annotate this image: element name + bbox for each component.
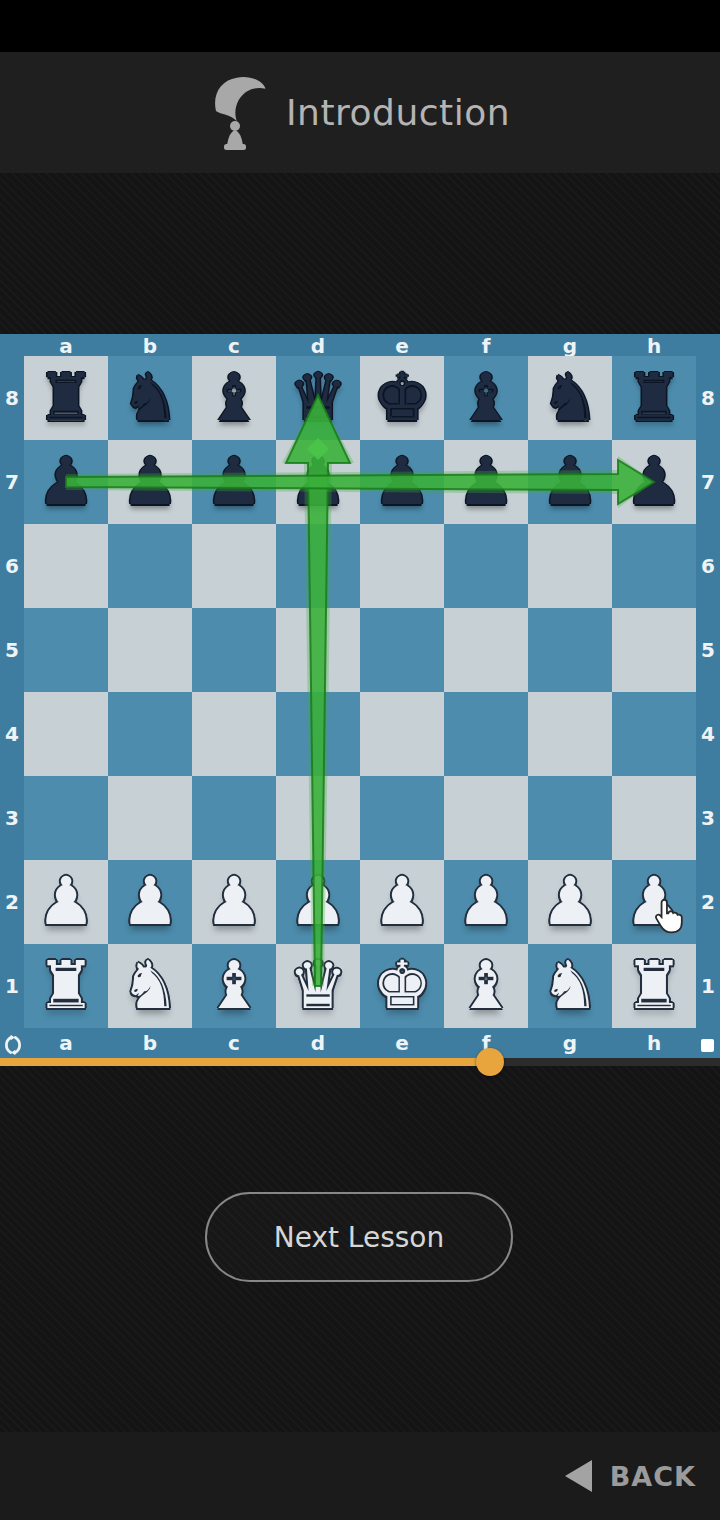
file-label-e: e [360, 334, 444, 358]
square-h1[interactable]: ♜︎ [612, 944, 696, 1028]
black-knight-b8: ♞︎ [108, 356, 192, 440]
square-b7[interactable]: ♟︎ [108, 440, 192, 524]
square-h4[interactable] [612, 692, 696, 776]
square-e2[interactable]: ♟︎ [360, 860, 444, 944]
square-d5[interactable] [276, 608, 360, 692]
white-rook-a1: ♜︎ [24, 944, 108, 1028]
rank-label-2: 2 [696, 890, 720, 914]
stop-button[interactable] [701, 1039, 714, 1052]
square-h8[interactable]: ♜︎ [612, 356, 696, 440]
square-f2[interactable]: ♟︎ [444, 860, 528, 944]
white-bishop-f1: ♝︎ [444, 944, 528, 1028]
square-f5[interactable] [444, 608, 528, 692]
square-c3[interactable] [192, 776, 276, 860]
file-label-b: b [108, 1031, 192, 1055]
square-d8[interactable]: ♛︎ [276, 356, 360, 440]
file-labels-top: abcdefgh [0, 334, 720, 356]
square-d1[interactable]: ♛︎ [276, 944, 360, 1028]
white-queen-d1: ♛︎ [276, 944, 360, 1028]
square-f3[interactable] [444, 776, 528, 860]
status-bar [0, 0, 720, 52]
square-b5[interactable] [108, 608, 192, 692]
square-c2[interactable]: ♟︎ [192, 860, 276, 944]
square-b2[interactable]: ♟︎ [108, 860, 192, 944]
black-knight-g8: ♞︎ [528, 356, 612, 440]
square-g4[interactable] [528, 692, 612, 776]
square-g6[interactable] [528, 524, 612, 608]
rank-label-4: 4 [0, 722, 24, 746]
file-label-h: h [612, 334, 696, 358]
rank-label-5: 5 [0, 638, 24, 662]
header: Introduction [0, 52, 720, 173]
white-pawn-e2: ♟︎ [360, 860, 444, 944]
file-label-a: a [24, 334, 108, 358]
rank-label-8: 8 [0, 386, 24, 410]
square-b8[interactable]: ♞︎ [108, 356, 192, 440]
black-bishop-f8: ♝︎ [444, 356, 528, 440]
file-labels-bottom: abcdefgh [0, 1028, 720, 1058]
next-lesson-button[interactable]: Next Lesson [205, 1192, 513, 1282]
square-h6[interactable] [612, 524, 696, 608]
back-arrow-icon [565, 1460, 592, 1492]
black-pawn-a7: ♟︎ [24, 440, 108, 524]
black-rook-a8: ♜︎ [24, 356, 108, 440]
square-f6[interactable] [444, 524, 528, 608]
square-f4[interactable] [444, 692, 528, 776]
file-label-e: e [360, 1031, 444, 1055]
board-squares: ♜︎♞︎♝︎♛︎♚︎♝︎♞︎♜︎♟︎♟︎♟︎♟︎♟︎♟︎♟︎♟︎♟︎♟︎♟︎♟︎… [24, 356, 696, 1028]
white-knight-g1: ♞︎ [528, 944, 612, 1028]
square-f1[interactable]: ♝︎ [444, 944, 528, 1028]
square-a7[interactable]: ♟︎ [24, 440, 108, 524]
rank-label-5: 5 [696, 638, 720, 662]
square-h7[interactable]: ♟︎ [612, 440, 696, 524]
square-h2[interactable]: ♟︎ [612, 860, 696, 944]
app-screen: Introduction abcdefgh 87654321 87654321 … [0, 0, 720, 1520]
square-d4[interactable] [276, 692, 360, 776]
white-pawn-a2: ♟︎ [24, 860, 108, 944]
white-knight-b1: ♞︎ [108, 944, 192, 1028]
square-g1[interactable]: ♞︎ [528, 944, 612, 1028]
next-lesson-label: Next Lesson [274, 1221, 445, 1254]
square-g2[interactable]: ♟︎ [528, 860, 612, 944]
lesson-progress-knob[interactable] [476, 1048, 504, 1076]
square-e1[interactable]: ♚︎ [360, 944, 444, 1028]
square-a2[interactable]: ♟︎ [24, 860, 108, 944]
black-pawn-f7: ♟︎ [444, 440, 528, 524]
bottom-navigation-bar: BACK [0, 1432, 720, 1520]
square-f8[interactable]: ♝︎ [444, 356, 528, 440]
rank-label-4: 4 [696, 722, 720, 746]
white-rook-h1: ♜︎ [612, 944, 696, 1028]
white-pawn-d2: ♟︎ [276, 860, 360, 944]
flip-board-icon [2, 1034, 24, 1056]
file-label-c: c [192, 1031, 276, 1055]
black-rook-h8: ♜︎ [612, 356, 696, 440]
rank-label-8: 8 [696, 386, 720, 410]
page-title: Introduction [286, 92, 510, 133]
square-c6[interactable] [192, 524, 276, 608]
square-d3[interactable] [276, 776, 360, 860]
rank-label-1: 1 [0, 974, 24, 998]
square-e5[interactable] [360, 608, 444, 692]
square-c4[interactable] [192, 692, 276, 776]
square-e4[interactable] [360, 692, 444, 776]
white-pawn-h2: ♟︎ [612, 860, 696, 944]
square-a1[interactable]: ♜︎ [24, 944, 108, 1028]
rank-label-2: 2 [0, 890, 24, 914]
black-pawn-c7: ♟︎ [192, 440, 276, 524]
square-a4[interactable] [24, 692, 108, 776]
square-e6[interactable] [360, 524, 444, 608]
square-b6[interactable] [108, 524, 192, 608]
black-pawn-d7: ♟︎ [276, 440, 360, 524]
white-pawn-b2: ♟︎ [108, 860, 192, 944]
file-label-d: d [276, 1031, 360, 1055]
rank-label-7: 7 [0, 470, 24, 494]
white-king-e1: ♚︎ [360, 944, 444, 1028]
chess-board: abcdefgh 87654321 87654321 ♜︎♞︎♝︎♛︎♚︎♝︎♞… [0, 334, 720, 1058]
square-b1[interactable]: ♞︎ [108, 944, 192, 1028]
black-king-e8: ♚︎ [360, 356, 444, 440]
back-button[interactable]: BACK [565, 1460, 696, 1492]
back-label: BACK [610, 1461, 696, 1492]
white-pawn-g2: ♟︎ [528, 860, 612, 944]
square-h5[interactable] [612, 608, 696, 692]
file-label-g: g [528, 1031, 612, 1055]
square-a3[interactable] [24, 776, 108, 860]
flip-board-button[interactable] [0, 1032, 26, 1058]
square-c7[interactable]: ♟︎ [192, 440, 276, 524]
square-g3[interactable] [528, 776, 612, 860]
square-c1[interactable]: ♝︎ [192, 944, 276, 1028]
file-label-c: c [192, 334, 276, 358]
black-pawn-h7: ♟︎ [612, 440, 696, 524]
black-pawn-e7: ♟︎ [360, 440, 444, 524]
square-e8[interactable]: ♚︎ [360, 356, 444, 440]
file-label-a: a [24, 1031, 108, 1055]
rank-label-6: 6 [0, 554, 24, 578]
rank-label-3: 3 [0, 806, 24, 830]
file-label-d: d [276, 334, 360, 358]
square-a5[interactable] [24, 608, 108, 692]
black-queen-d8: ♛︎ [276, 356, 360, 440]
square-b3[interactable] [108, 776, 192, 860]
square-c5[interactable] [192, 608, 276, 692]
white-bishop-c1: ♝︎ [192, 944, 276, 1028]
rank-labels-right: 87654321 [696, 356, 720, 1028]
file-label-b: b [108, 334, 192, 358]
rank-label-6: 6 [696, 554, 720, 578]
file-label-g: g [528, 334, 612, 358]
lesson-progress-fill [0, 1058, 490, 1066]
black-pawn-b7: ♟︎ [108, 440, 192, 524]
file-label-f: f [444, 334, 528, 358]
square-a6[interactable] [24, 524, 108, 608]
black-pawn-g7: ♟︎ [528, 440, 612, 524]
square-e7[interactable]: ♟︎ [360, 440, 444, 524]
square-d7[interactable]: ♟︎ [276, 440, 360, 524]
square-g5[interactable] [528, 608, 612, 692]
square-g8[interactable]: ♞︎ [528, 356, 612, 440]
hand-holding-pawn-logo-icon [210, 74, 266, 152]
white-pawn-c2: ♟︎ [192, 860, 276, 944]
square-b4[interactable] [108, 692, 192, 776]
black-bishop-c8: ♝︎ [192, 356, 276, 440]
square-c8[interactable]: ♝︎ [192, 356, 276, 440]
square-h3[interactable] [612, 776, 696, 860]
square-f7[interactable]: ♟︎ [444, 440, 528, 524]
square-a8[interactable]: ♜︎ [24, 356, 108, 440]
rank-label-3: 3 [696, 806, 720, 830]
square-d6[interactable] [276, 524, 360, 608]
rank-label-7: 7 [696, 470, 720, 494]
square-g7[interactable]: ♟︎ [528, 440, 612, 524]
white-pawn-f2: ♟︎ [444, 860, 528, 944]
file-label-h: h [612, 1031, 696, 1055]
rank-labels-left: 87654321 [0, 356, 24, 1028]
rank-label-1: 1 [696, 974, 720, 998]
square-e3[interactable] [360, 776, 444, 860]
square-d2[interactable]: ♟︎ [276, 860, 360, 944]
